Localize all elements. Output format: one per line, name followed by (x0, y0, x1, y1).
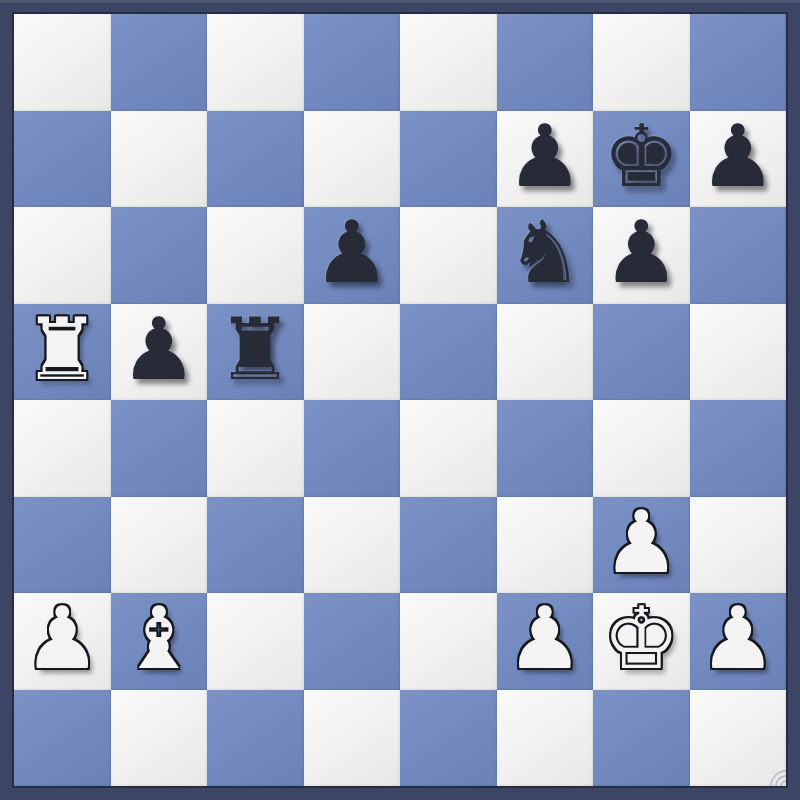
chess-board: ♟♚♟♟♞♟♜♟♜♟♟♝♟♚♟ (14, 14, 786, 786)
square-a1[interactable] (14, 690, 111, 787)
square-h1[interactable] (690, 690, 787, 787)
square-f2[interactable]: ♟ (497, 593, 594, 690)
square-a7[interactable] (14, 111, 111, 208)
square-b5[interactable]: ♟ (111, 304, 208, 401)
square-b4[interactable] (111, 400, 208, 497)
square-h3[interactable] (690, 497, 787, 594)
piece-black-pawn-b5[interactable]: ♟ (120, 306, 197, 392)
square-h8[interactable] (690, 14, 787, 111)
square-c5[interactable]: ♜ (207, 304, 304, 401)
square-d3[interactable] (304, 497, 401, 594)
square-b7[interactable] (111, 111, 208, 208)
square-c4[interactable] (207, 400, 304, 497)
square-h4[interactable] (690, 400, 787, 497)
piece-black-rook-c5[interactable]: ♜ (217, 306, 294, 392)
square-b6[interactable] (111, 207, 208, 304)
square-e6[interactable] (400, 207, 497, 304)
square-g8[interactable] (593, 14, 690, 111)
piece-white-bishop-b2[interactable]: ♝ (120, 595, 197, 681)
square-a4[interactable] (14, 400, 111, 497)
square-d4[interactable] (304, 400, 401, 497)
square-g3[interactable]: ♟ (593, 497, 690, 594)
piece-white-pawn-f2[interactable]: ♟ (506, 595, 583, 681)
square-e8[interactable] (400, 14, 497, 111)
square-g6[interactable]: ♟ (593, 207, 690, 304)
square-a3[interactable] (14, 497, 111, 594)
square-b1[interactable] (111, 690, 208, 787)
piece-black-king-g7[interactable]: ♚ (603, 113, 680, 199)
piece-black-pawn-d6[interactable]: ♟ (313, 209, 390, 295)
square-e2[interactable] (400, 593, 497, 690)
square-e5[interactable] (400, 304, 497, 401)
piece-black-pawn-g6[interactable]: ♟ (603, 209, 680, 295)
square-b2[interactable]: ♝ (111, 593, 208, 690)
piece-white-pawn-a2[interactable]: ♟ (24, 595, 101, 681)
square-b3[interactable] (111, 497, 208, 594)
piece-white-rook-a5[interactable]: ♜ (24, 306, 101, 392)
square-g2[interactable]: ♚ (593, 593, 690, 690)
square-d8[interactable] (304, 14, 401, 111)
square-e7[interactable] (400, 111, 497, 208)
square-h6[interactable] (690, 207, 787, 304)
square-a5[interactable]: ♜ (14, 304, 111, 401)
square-f6[interactable]: ♞ (497, 207, 594, 304)
square-g4[interactable] (593, 400, 690, 497)
square-c7[interactable] (207, 111, 304, 208)
piece-white-pawn-g3[interactable]: ♟ (603, 499, 680, 585)
square-g5[interactable] (593, 304, 690, 401)
piece-black-pawn-f7[interactable]: ♟ (506, 113, 583, 199)
square-d7[interactable] (304, 111, 401, 208)
square-f5[interactable] (497, 304, 594, 401)
square-a2[interactable]: ♟ (14, 593, 111, 690)
square-f1[interactable] (497, 690, 594, 787)
square-h7[interactable]: ♟ (690, 111, 787, 208)
square-c6[interactable] (207, 207, 304, 304)
piece-black-pawn-h7[interactable]: ♟ (699, 113, 776, 199)
square-e1[interactable] (400, 690, 497, 787)
piece-black-knight-f6[interactable]: ♞ (506, 209, 583, 295)
piece-white-pawn-h2[interactable]: ♟ (699, 595, 776, 681)
square-d6[interactable]: ♟ (304, 207, 401, 304)
square-f4[interactable] (497, 400, 594, 497)
square-f8[interactable] (497, 14, 594, 111)
square-d1[interactable] (304, 690, 401, 787)
square-a6[interactable] (14, 207, 111, 304)
piece-white-king-g2[interactable]: ♚ (603, 595, 680, 681)
square-c1[interactable] (207, 690, 304, 787)
square-a8[interactable] (14, 14, 111, 111)
square-h5[interactable] (690, 304, 787, 401)
square-c3[interactable] (207, 497, 304, 594)
square-b8[interactable] (111, 14, 208, 111)
board-frame: ♟♚♟♟♞♟♜♟♜♟♟♝♟♚♟ (0, 0, 800, 800)
square-f3[interactable] (497, 497, 594, 594)
square-h2[interactable]: ♟ (690, 593, 787, 690)
square-d5[interactable] (304, 304, 401, 401)
square-e4[interactable] (400, 400, 497, 497)
square-e3[interactable] (400, 497, 497, 594)
square-g1[interactable] (593, 690, 690, 787)
square-f7[interactable]: ♟ (497, 111, 594, 208)
square-d2[interactable] (304, 593, 401, 690)
square-g7[interactable]: ♚ (593, 111, 690, 208)
square-c8[interactable] (207, 14, 304, 111)
square-c2[interactable] (207, 593, 304, 690)
